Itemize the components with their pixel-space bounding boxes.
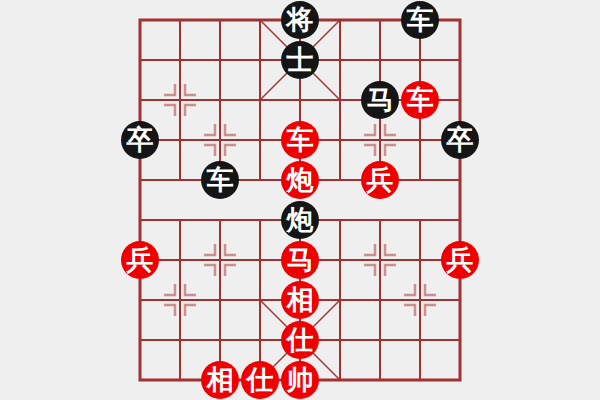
board-point[interactable] [240,280,280,320]
board-point[interactable]: 兵 [440,240,480,280]
board-point[interactable]: 兵 [360,160,400,200]
piece-black-chariot[interactable]: 车 [401,1,439,39]
board-point[interactable]: 兵 [120,240,160,280]
board-point[interactable] [320,40,360,80]
board-point[interactable] [160,40,200,80]
board-point[interactable]: 炮 [280,160,320,200]
board-point[interactable] [440,360,480,400]
piece-black-soldier[interactable]: 卒 [121,121,159,159]
board-point[interactable] [320,120,360,160]
board-point[interactable] [360,0,400,40]
piece-red-horse[interactable]: 马 [281,241,319,279]
board-point[interactable] [320,360,360,400]
piece-red-elephant[interactable]: 相 [201,361,239,399]
board-point[interactable] [120,280,160,320]
board-point[interactable] [200,200,240,240]
piece-red-elephant[interactable]: 相 [281,281,319,319]
board-point[interactable] [320,280,360,320]
board-point[interactable] [280,80,320,120]
board-point[interactable] [200,320,240,360]
board-point[interactable] [120,160,160,200]
piece-red-advisor[interactable]: 仕 [281,321,319,359]
board-point[interactable]: 相 [280,280,320,320]
board-point[interactable] [120,200,160,240]
piece-red-general[interactable]: 帅 [281,361,319,399]
board-point[interactable] [160,320,200,360]
board-point[interactable]: 卒 [120,120,160,160]
board-point[interactable] [360,120,400,160]
board-point[interactable] [400,360,440,400]
board-point[interactable]: 马 [360,80,400,120]
board-point[interactable] [240,120,280,160]
piece-black-soldier[interactable]: 卒 [441,121,479,159]
board-point[interactable] [200,0,240,40]
piece-red-soldier[interactable]: 兵 [121,241,159,279]
board-point[interactable] [400,40,440,80]
board-point[interactable] [440,80,480,120]
piece-red-soldier[interactable]: 兵 [361,161,399,199]
board-point[interactable] [120,80,160,120]
board-point[interactable]: 士 [280,40,320,80]
board-point[interactable] [440,200,480,240]
board-point[interactable] [360,320,400,360]
board-point[interactable] [360,280,400,320]
board-point[interactable] [320,200,360,240]
board-point[interactable] [160,360,200,400]
board-point[interactable] [160,80,200,120]
board-point[interactable] [120,320,160,360]
board-point[interactable]: 车 [280,120,320,160]
board-point[interactable] [240,160,280,200]
board-point[interactable] [200,80,240,120]
board-point[interactable]: 车 [400,80,440,120]
board-point[interactable] [320,240,360,280]
board-point[interactable] [240,0,280,40]
board-point[interactable] [360,40,400,80]
board-point[interactable] [440,40,480,80]
board-point[interactable] [440,160,480,200]
board-point[interactable] [320,0,360,40]
board-point[interactable] [240,40,280,80]
board-point[interactable] [320,160,360,200]
board-point[interactable] [360,360,400,400]
board-points: 将车士马车卒车卒车炮兵炮兵马兵相仕相仕帅 [120,0,480,400]
board-point[interactable] [160,0,200,40]
board-point[interactable]: 车 [400,0,440,40]
board-point[interactable] [400,240,440,280]
board-point[interactable]: 炮 [280,200,320,240]
board-point[interactable] [160,160,200,200]
board-point[interactable] [400,280,440,320]
board-point[interactable]: 卒 [440,120,480,160]
board-point[interactable] [160,280,200,320]
board-point[interactable] [200,40,240,80]
board-point[interactable] [440,280,480,320]
board-point[interactable] [160,200,200,240]
board-point[interactable]: 相 [200,360,240,400]
board-point[interactable] [440,0,480,40]
board-point[interactable] [400,160,440,200]
board-point[interactable] [120,40,160,80]
piece-red-cannon[interactable]: 炮 [281,161,319,199]
board-point[interactable]: 仕 [240,360,280,400]
board-point[interactable] [320,80,360,120]
piece-red-soldier[interactable]: 兵 [441,241,479,279]
board-point[interactable] [400,320,440,360]
board-point[interactable] [240,320,280,360]
piece-black-cannon[interactable]: 炮 [281,201,319,239]
board-point[interactable] [200,240,240,280]
board-point[interactable] [200,280,240,320]
board-point[interactable] [360,200,400,240]
piece-black-general[interactable]: 将 [281,1,319,39]
board-point[interactable]: 帅 [280,360,320,400]
board-point[interactable] [240,80,280,120]
board-point[interactable] [200,120,240,160]
piece-red-chariot[interactable]: 车 [401,81,439,119]
board-point[interactable]: 车 [200,160,240,200]
board-point[interactable] [240,200,280,240]
board-point[interactable] [240,240,280,280]
piece-red-chariot[interactable]: 车 [281,121,319,159]
board-point[interactable]: 仕 [280,320,320,360]
xiangqi-board: 将车士马车卒车卒车炮兵炮兵马兵相仕相仕帅 [0,0,600,400]
board-point[interactable] [160,240,200,280]
board-point[interactable] [440,320,480,360]
piece-red-advisor[interactable]: 仕 [241,361,279,399]
board-point[interactable] [320,320,360,360]
board-point[interactable] [160,120,200,160]
piece-black-horse[interactable]: 马 [361,81,399,119]
board-point[interactable] [400,120,440,160]
piece-black-advisor[interactable]: 士 [281,41,319,79]
board-point[interactable]: 将 [280,0,320,40]
board-point[interactable] [120,0,160,40]
board-point[interactable] [400,200,440,240]
board-point[interactable] [360,240,400,280]
board-point[interactable]: 马 [280,240,320,280]
piece-black-chariot[interactable]: 车 [201,161,239,199]
board-point[interactable] [120,360,160,400]
